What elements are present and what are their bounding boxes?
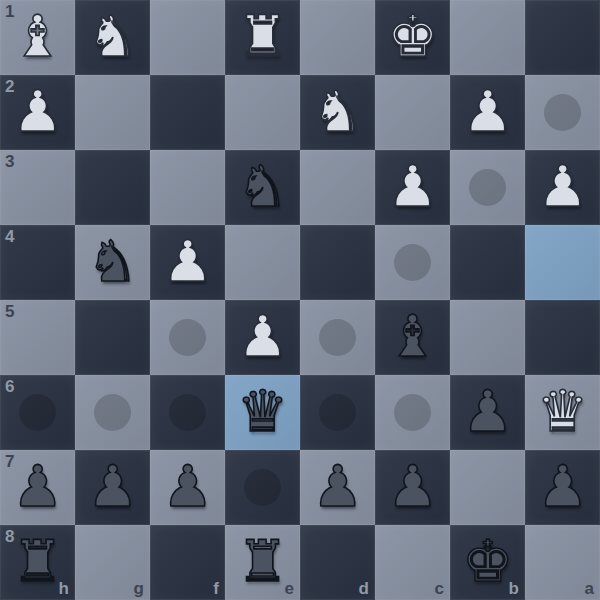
square-g2[interactable] <box>75 75 150 150</box>
square-h5[interactable]: 5 <box>0 300 75 375</box>
piece-black-rook[interactable]: ♜ <box>0 525 75 600</box>
piece-black-pawn[interactable]: ♟ <box>525 450 600 525</box>
square-h2[interactable]: 2♟ <box>0 75 75 150</box>
legal-move-dot[interactable] <box>394 244 431 281</box>
piece-white-pawn[interactable]: ♟ <box>0 75 75 150</box>
legal-move-dot[interactable] <box>94 394 131 431</box>
piece-black-pawn[interactable]: ♟ <box>450 375 525 450</box>
piece-black-queen[interactable]: ♛ <box>225 375 300 450</box>
square-e4[interactable] <box>225 225 300 300</box>
square-h8[interactable]: 8h♜ <box>0 525 75 600</box>
square-a5[interactable] <box>525 300 600 375</box>
legal-move-dot[interactable] <box>319 319 356 356</box>
square-c4[interactable] <box>375 225 450 300</box>
square-g4[interactable]: ♞ <box>75 225 150 300</box>
piece-white-pawn[interactable]: ♟ <box>150 225 225 300</box>
square-f1[interactable] <box>150 0 225 75</box>
rank-label-3: 3 <box>5 153 14 170</box>
square-b5[interactable] <box>450 300 525 375</box>
square-a2[interactable] <box>525 75 600 150</box>
legal-move-dot[interactable] <box>544 94 581 131</box>
square-e6[interactable]: ♛ <box>225 375 300 450</box>
square-c5[interactable]: ♝ <box>375 300 450 375</box>
piece-black-knight[interactable]: ♞ <box>225 150 300 225</box>
piece-white-knight[interactable]: ♞ <box>300 75 375 150</box>
piece-white-king[interactable]: ♚ <box>375 0 450 75</box>
square-b8[interactable]: b♚ <box>450 525 525 600</box>
legal-move-dot[interactable] <box>319 394 356 431</box>
square-h6[interactable]: 6 <box>0 375 75 450</box>
piece-black-knight[interactable]: ♞ <box>75 225 150 300</box>
piece-white-pawn[interactable]: ♟ <box>375 150 450 225</box>
square-g5[interactable] <box>75 300 150 375</box>
square-f4[interactable]: ♟ <box>150 225 225 300</box>
piece-white-pawn[interactable]: ♟ <box>450 75 525 150</box>
piece-white-bishop[interactable]: ♝ <box>0 0 75 75</box>
square-c6[interactable] <box>375 375 450 450</box>
chess-app: 1♝♞♜♚2♟♞♟3♞♟♟4♞♟5♟♝6♛♟♛7♟♟♟♟♟♟8h♜gfe♜dcb… <box>0 0 600 600</box>
square-f5[interactable] <box>150 300 225 375</box>
square-e3[interactable]: ♞ <box>225 150 300 225</box>
legal-move-dot[interactable] <box>169 394 206 431</box>
square-b3[interactable] <box>450 150 525 225</box>
piece-black-pawn[interactable]: ♟ <box>150 450 225 525</box>
square-e5[interactable]: ♟ <box>225 300 300 375</box>
square-f8[interactable]: f <box>150 525 225 600</box>
square-c1[interactable]: ♚ <box>375 0 450 75</box>
square-a8[interactable]: a <box>525 525 600 600</box>
file-label-f: f <box>213 580 219 597</box>
square-g8[interactable]: g <box>75 525 150 600</box>
piece-white-queen[interactable]: ♛ <box>525 375 600 450</box>
square-b6[interactable]: ♟ <box>450 375 525 450</box>
square-h4[interactable]: 4 <box>0 225 75 300</box>
square-e7[interactable] <box>225 450 300 525</box>
square-d5[interactable] <box>300 300 375 375</box>
square-c8[interactable]: c <box>375 525 450 600</box>
square-d1[interactable] <box>300 0 375 75</box>
file-label-a: a <box>585 580 594 597</box>
square-f7[interactable]: ♟ <box>150 450 225 525</box>
square-f3[interactable] <box>150 150 225 225</box>
piece-black-pawn[interactable]: ♟ <box>300 450 375 525</box>
piece-black-king[interactable]: ♚ <box>450 525 525 600</box>
legal-move-dot[interactable] <box>469 169 506 206</box>
square-g7[interactable]: ♟ <box>75 450 150 525</box>
legal-move-dot[interactable] <box>244 469 281 506</box>
legal-move-dot[interactable] <box>19 394 56 431</box>
piece-black-pawn[interactable]: ♟ <box>75 450 150 525</box>
file-label-g: g <box>134 580 144 597</box>
file-label-c: c <box>435 580 444 597</box>
legal-move-dot[interactable] <box>169 319 206 356</box>
square-a7[interactable]: ♟ <box>525 450 600 525</box>
rank-label-4: 4 <box>5 228 14 245</box>
square-d2[interactable]: ♞ <box>300 75 375 150</box>
rank-label-5: 5 <box>5 303 14 320</box>
square-d6[interactable] <box>300 375 375 450</box>
file-label-d: d <box>359 580 369 597</box>
legal-move-dot[interactable] <box>394 394 431 431</box>
square-d4[interactable] <box>300 225 375 300</box>
square-a1[interactable] <box>525 0 600 75</box>
square-a6[interactable]: ♛ <box>525 375 600 450</box>
square-h3[interactable]: 3 <box>0 150 75 225</box>
square-b7[interactable] <box>450 450 525 525</box>
square-f2[interactable] <box>150 75 225 150</box>
square-h7[interactable]: 7♟ <box>0 450 75 525</box>
square-g6[interactable] <box>75 375 150 450</box>
square-g3[interactable] <box>75 150 150 225</box>
square-g1[interactable]: ♞ <box>75 0 150 75</box>
piece-black-pawn[interactable]: ♟ <box>375 450 450 525</box>
square-h1[interactable]: 1♝ <box>0 0 75 75</box>
square-a4[interactable] <box>525 225 600 300</box>
square-b4[interactable] <box>450 225 525 300</box>
piece-white-rook[interactable]: ♜ <box>225 0 300 75</box>
square-e8[interactable]: e♜ <box>225 525 300 600</box>
rank-label-6: 6 <box>5 378 14 395</box>
piece-black-pawn[interactable]: ♟ <box>0 450 75 525</box>
square-f6[interactable] <box>150 375 225 450</box>
square-b1[interactable] <box>450 0 525 75</box>
piece-black-rook[interactable]: ♜ <box>225 525 300 600</box>
piece-white-pawn[interactable]: ♟ <box>225 300 300 375</box>
piece-white-knight[interactable]: ♞ <box>75 0 150 75</box>
piece-white-pawn[interactable]: ♟ <box>525 150 600 225</box>
square-b2[interactable]: ♟ <box>450 75 525 150</box>
square-d8[interactable]: d <box>300 525 375 600</box>
chess-board: 1♝♞♜♚2♟♞♟3♞♟♟4♞♟5♟♝6♛♟♛7♟♟♟♟♟♟8h♜gfe♜dcb… <box>0 0 600 600</box>
square-d7[interactable]: ♟ <box>300 450 375 525</box>
square-c2[interactable] <box>375 75 450 150</box>
square-e2[interactable] <box>225 75 300 150</box>
square-c7[interactable]: ♟ <box>375 450 450 525</box>
square-a3[interactable]: ♟ <box>525 150 600 225</box>
piece-black-bishop[interactable]: ♝ <box>375 300 450 375</box>
square-e1[interactable]: ♜ <box>225 0 300 75</box>
square-c3[interactable]: ♟ <box>375 150 450 225</box>
square-d3[interactable] <box>300 150 375 225</box>
